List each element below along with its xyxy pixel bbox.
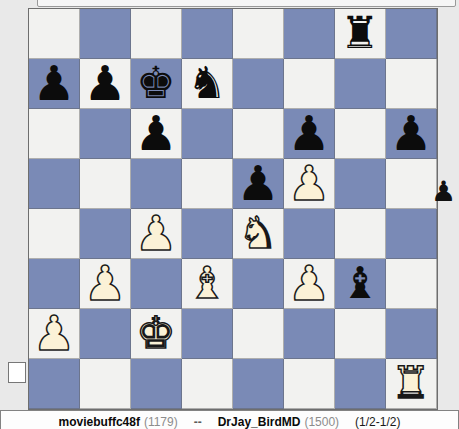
piece-black-pawn: ♟ (134, 109, 177, 157)
white-player-rating: (1179) (144, 415, 178, 429)
square-a4[interactable] (29, 209, 80, 259)
square-c3[interactable] (131, 259, 182, 309)
square-h3[interactable] (386, 259, 437, 309)
piece-black-rook: ♜ (340, 11, 379, 55)
square-f5[interactable]: ♟ (284, 159, 335, 209)
square-d6[interactable] (182, 109, 233, 159)
square-a7[interactable]: ♟ (29, 59, 80, 109)
piece-black-pawn: ♟ (32, 59, 75, 107)
square-a8[interactable] (29, 9, 80, 59)
square-d5[interactable] (182, 159, 233, 209)
chess-board[interactable]: ♜♟♟♚♞♟♟♟♟♟♟♞♟♝♟♝♟♚♜ (28, 8, 438, 410)
white-to-move-indicator (8, 362, 26, 383)
square-a3[interactable] (29, 259, 80, 309)
piece-white-pawn: ♟ (287, 259, 330, 307)
status-bar: moviebuffc48f (1179) -- DrJay_BirdMD (15… (0, 410, 459, 429)
square-a1[interactable] (29, 359, 80, 409)
piece-white-pawn: ♟ (32, 309, 75, 357)
square-g5[interactable] (335, 159, 386, 209)
square-f1[interactable] (284, 359, 335, 409)
piece-white-pawn: ♟ (134, 209, 177, 257)
square-d2[interactable] (182, 309, 233, 359)
square-c2[interactable]: ♚ (131, 309, 182, 359)
piece-black-pawn: ♟ (83, 59, 126, 107)
piece-black-king: ♚ (136, 61, 175, 105)
square-c7[interactable]: ♚ (131, 59, 182, 109)
black-player-name: DrJay_BirdMD (218, 415, 301, 429)
square-f8[interactable] (284, 9, 335, 59)
piece-white-pawn: ♟ (287, 159, 330, 207)
square-d8[interactable] (182, 9, 233, 59)
piece-white-pawn: ♟ (83, 259, 126, 307)
piece-white-bishop: ♝ (187, 261, 226, 305)
square-f7[interactable] (284, 59, 335, 109)
square-f4[interactable] (284, 209, 335, 259)
square-c8[interactable] (131, 9, 182, 59)
piece-white-king: ♚ (136, 311, 175, 355)
square-e6[interactable] (233, 109, 284, 159)
piece-black-pawn: ♟ (287, 109, 330, 157)
players-separator: -- (194, 415, 202, 429)
square-g7[interactable] (335, 59, 386, 109)
square-h4[interactable] (386, 209, 437, 259)
square-b8[interactable] (80, 9, 131, 59)
square-h5[interactable] (386, 159, 437, 209)
square-h1[interactable]: ♜ (386, 359, 437, 409)
black-player-rating: (1500) (304, 415, 339, 429)
square-g3[interactable]: ♝ (335, 259, 386, 309)
square-e8[interactable] (233, 9, 284, 59)
square-b2[interactable] (80, 309, 131, 359)
top-toolbar-partial (37, 0, 456, 7)
piece-white-rook: ♜ (391, 361, 430, 405)
square-b6[interactable] (80, 109, 131, 159)
square-d1[interactable] (182, 359, 233, 409)
square-b7[interactable]: ♟ (80, 59, 131, 109)
square-g4[interactable] (335, 209, 386, 259)
square-g1[interactable] (335, 359, 386, 409)
square-f6[interactable]: ♟ (284, 109, 335, 159)
square-a5[interactable] (29, 159, 80, 209)
square-e7[interactable] (233, 59, 284, 109)
square-d4[interactable] (182, 209, 233, 259)
square-d7[interactable]: ♞ (182, 59, 233, 109)
square-b5[interactable] (80, 159, 131, 209)
square-e1[interactable] (233, 359, 284, 409)
square-h8[interactable] (386, 9, 437, 59)
square-a6[interactable] (29, 109, 80, 159)
square-d3[interactable]: ♝ (182, 259, 233, 309)
square-f2[interactable] (284, 309, 335, 359)
square-b1[interactable] (80, 359, 131, 409)
square-h7[interactable] (386, 59, 437, 109)
square-e5[interactable]: ♟ (233, 159, 284, 209)
square-c4[interactable]: ♟ (131, 209, 182, 259)
captured-black-pawn-icon: ♟ (431, 178, 455, 206)
square-g6[interactable] (335, 109, 386, 159)
piece-black-pawn: ♟ (236, 159, 279, 207)
piece-black-bishop: ♝ (340, 261, 379, 305)
square-e3[interactable] (233, 259, 284, 309)
piece-black-pawn: ♟ (389, 109, 432, 157)
square-g2[interactable] (335, 309, 386, 359)
square-b4[interactable] (80, 209, 131, 259)
square-c1[interactable] (131, 359, 182, 409)
square-c5[interactable] (131, 159, 182, 209)
game-result: (1/2-1/2) (355, 415, 400, 429)
square-h2[interactable] (386, 309, 437, 359)
square-g8[interactable]: ♜ (335, 9, 386, 59)
piece-black-knight: ♞ (187, 61, 226, 105)
square-e2[interactable] (233, 309, 284, 359)
square-f3[interactable]: ♟ (284, 259, 335, 309)
square-b3[interactable]: ♟ (80, 259, 131, 309)
square-e4[interactable]: ♞ (233, 209, 284, 259)
square-h6[interactable]: ♟ (386, 109, 437, 159)
piece-white-knight: ♞ (238, 211, 277, 255)
square-c6[interactable]: ♟ (131, 109, 182, 159)
white-player-name: moviebuffc48f (59, 415, 140, 429)
square-a2[interactable]: ♟ (29, 309, 80, 359)
